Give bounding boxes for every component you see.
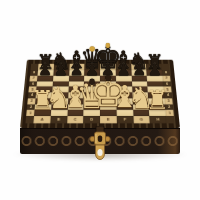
board-surface: ABCDEFGH8877665544332211ABCDEFGH — [25, 64, 174, 124]
file-label-d: D — [83, 116, 100, 123]
chess-board: ABCDEFGH8877665544332211ABCDEFGH — [20, 60, 180, 128]
brass-clasp — [89, 126, 111, 164]
border-corner — [166, 116, 175, 123]
file-label-a: A — [33, 116, 50, 123]
file-label-h: H — [149, 116, 166, 123]
file-label-b: B — [50, 116, 67, 123]
chess-set-photo: ABCDEFGH8877665544332211ABCDEFGH ♜♞♝♛♚♝♞… — [0, 0, 200, 200]
file-label-f: F — [116, 116, 133, 123]
file-label-g: G — [133, 116, 150, 123]
file-label-c: C — [67, 116, 84, 123]
file-label-e: E — [100, 116, 117, 123]
